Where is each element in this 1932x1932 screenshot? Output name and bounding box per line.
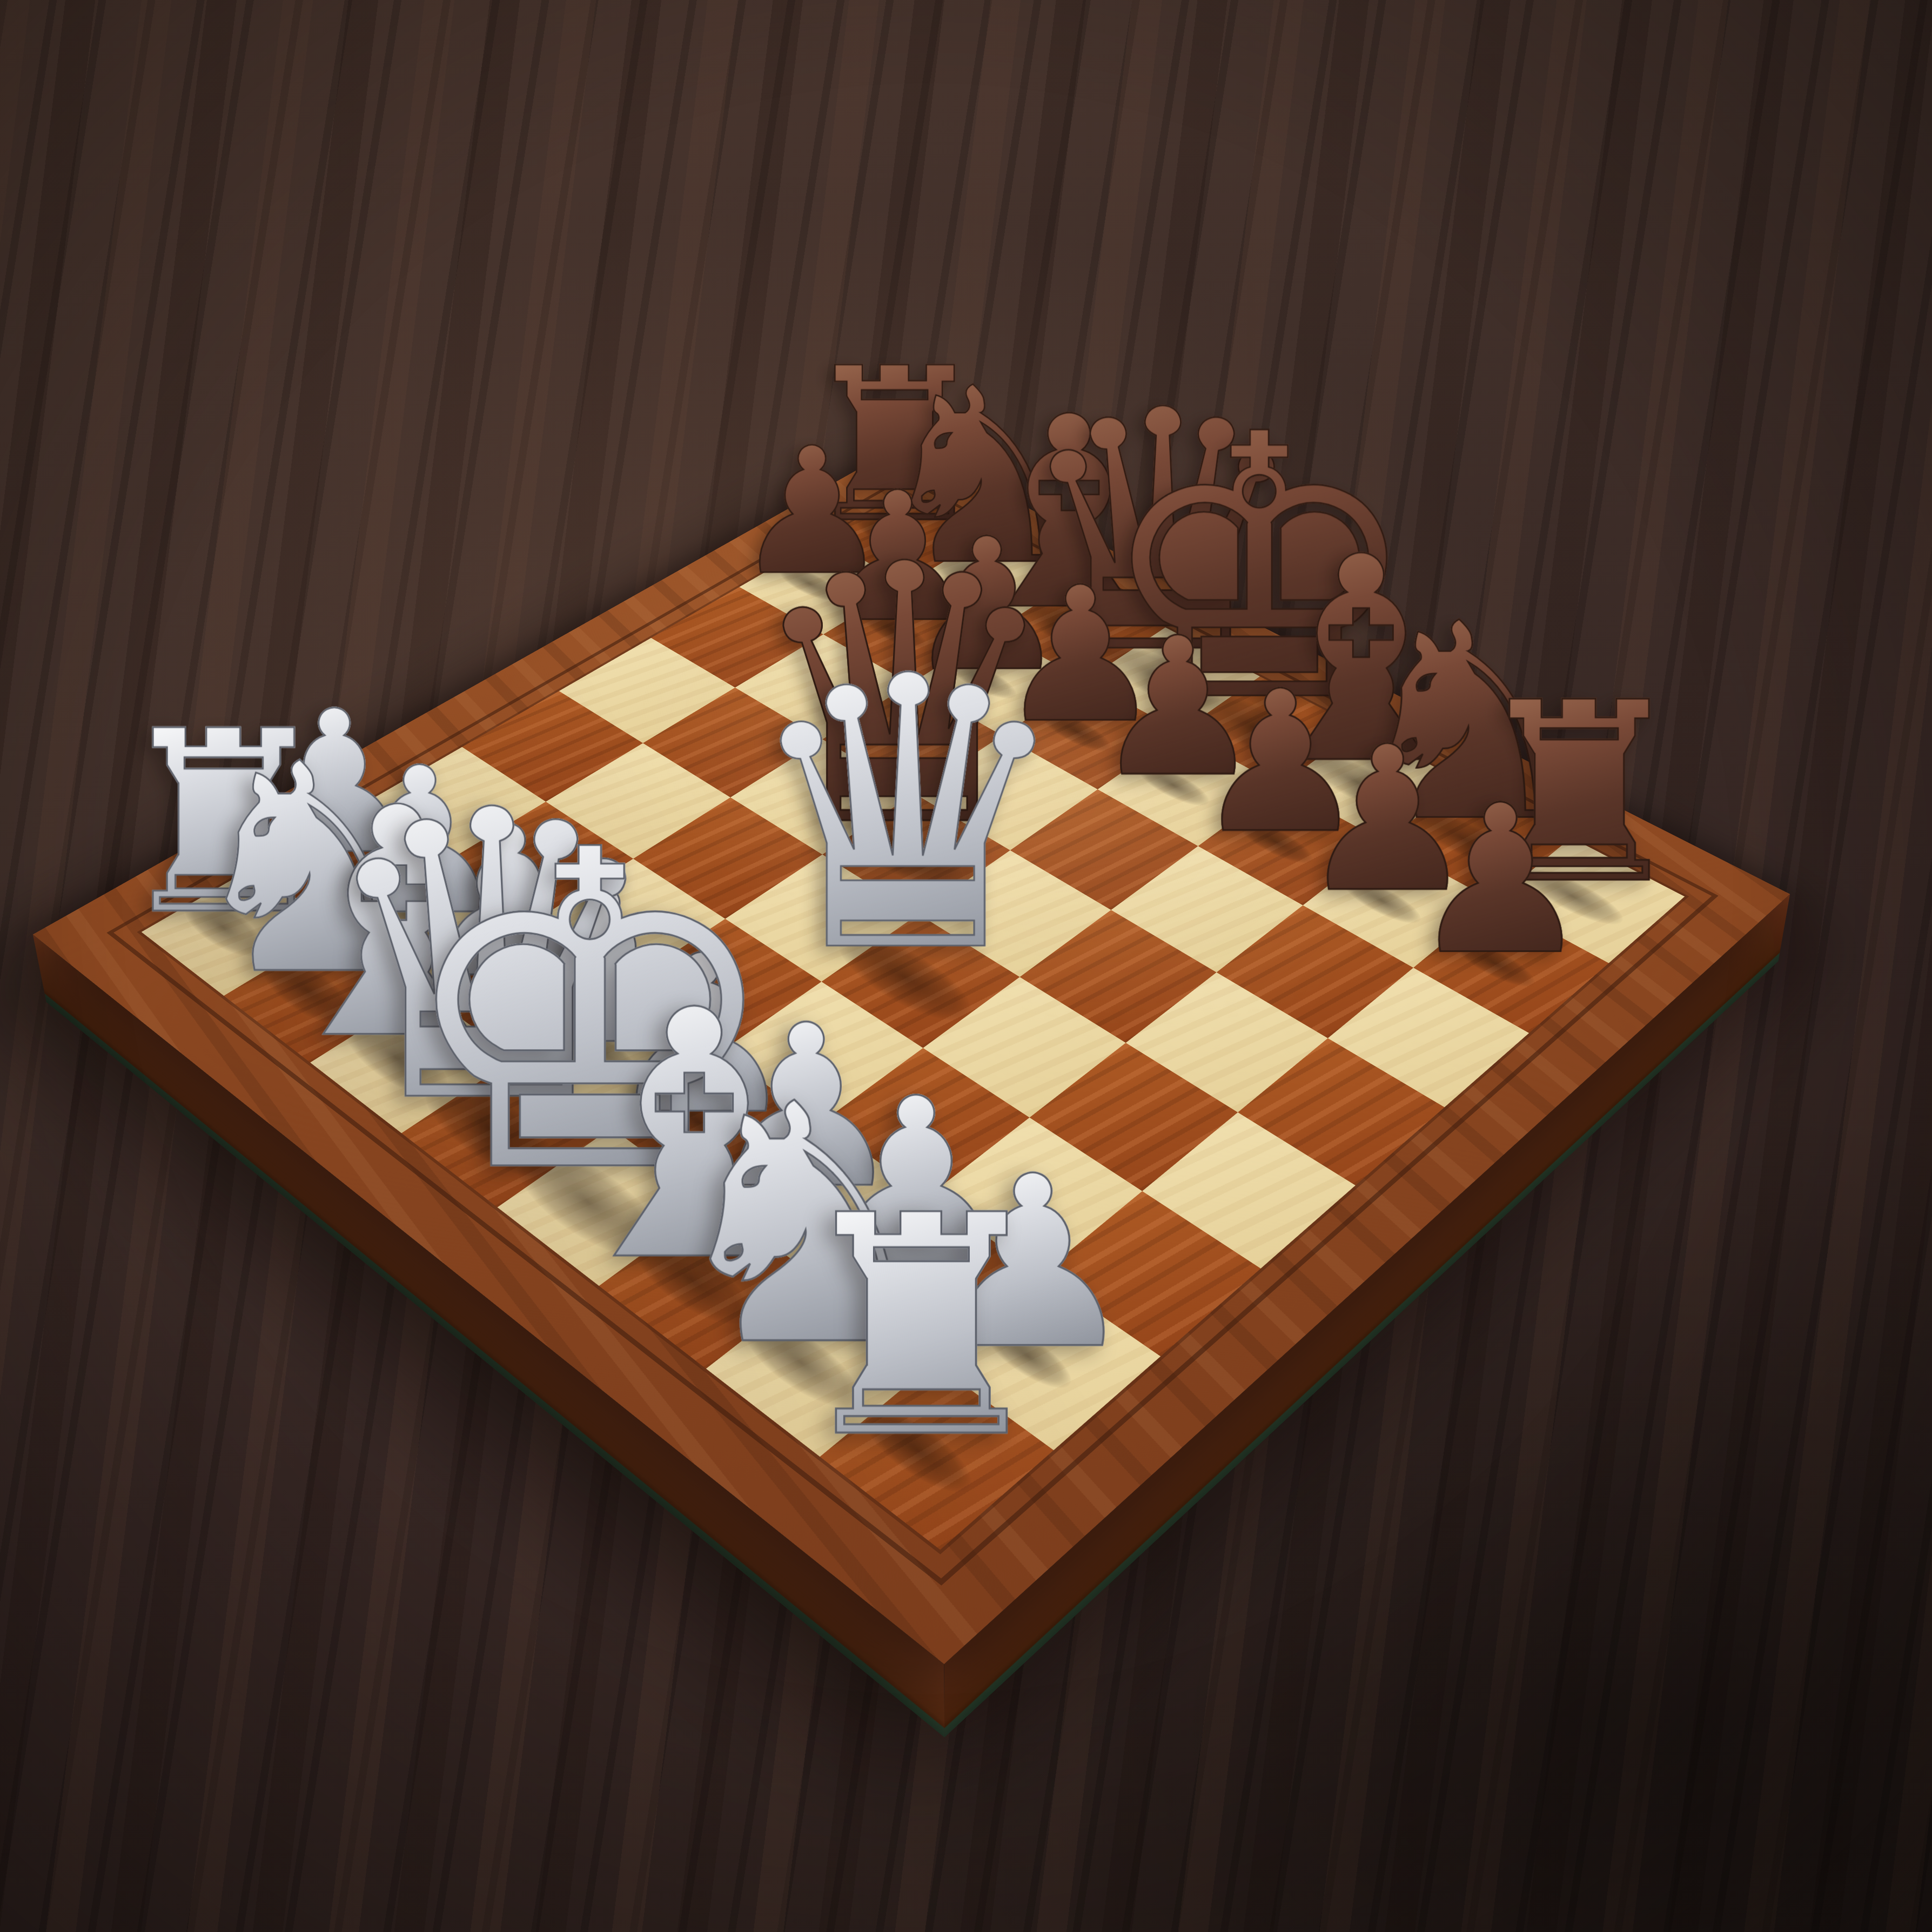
vignette <box>0 0 1932 1932</box>
